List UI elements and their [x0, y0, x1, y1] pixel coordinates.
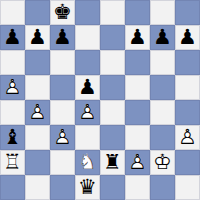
square-a6[interactable]: [0, 50, 25, 75]
square-a5[interactable]: ♟♙: [0, 75, 25, 100]
black-pawn: ♟: [75, 75, 100, 100]
square-c6[interactable]: [50, 50, 75, 75]
square-e5[interactable]: [100, 75, 125, 100]
square-d6[interactable]: [75, 50, 100, 75]
white-pawn: ♙: [50, 125, 75, 150]
white-knight-fill: ♞: [75, 150, 100, 175]
white-rook-fill: ♜: [0, 150, 25, 175]
white-pawn: ♙: [0, 75, 25, 100]
square-a8[interactable]: [0, 0, 25, 25]
square-b3[interactable]: [25, 125, 50, 150]
square-b6[interactable]: [25, 50, 50, 75]
square-c5[interactable]: [50, 75, 75, 100]
square-b1[interactable]: [25, 175, 50, 200]
square-f2[interactable]: ♟♙: [125, 150, 150, 175]
square-e2[interactable]: ♜: [100, 150, 125, 175]
square-g4[interactable]: [150, 100, 175, 125]
square-a2[interactable]: ♜♖: [0, 150, 25, 175]
square-e8[interactable]: [100, 0, 125, 25]
white-pawn-fill: ♟: [50, 125, 75, 150]
square-f1[interactable]: [125, 175, 150, 200]
square-f8[interactable]: [125, 0, 150, 25]
square-f6[interactable]: [125, 50, 150, 75]
square-d4[interactable]: ♟♙: [75, 100, 100, 125]
square-d2[interactable]: ♞♘: [75, 150, 100, 175]
square-b4[interactable]: ♟♙: [25, 100, 50, 125]
black-pawn: ♟: [150, 25, 175, 50]
square-d1[interactable]: ♛: [75, 175, 100, 200]
square-h8[interactable]: [175, 0, 200, 25]
square-g8[interactable]: [150, 0, 175, 25]
white-pawn-fill: ♟: [25, 100, 50, 125]
square-d3[interactable]: [75, 125, 100, 150]
white-pawn: ♙: [75, 100, 100, 125]
square-c7[interactable]: ♟: [50, 25, 75, 50]
square-b5[interactable]: [25, 75, 50, 100]
black-rook: ♜: [100, 150, 125, 175]
square-c8[interactable]: ♚: [50, 0, 75, 25]
black-pawn: ♟: [0, 25, 25, 50]
square-f3[interactable]: [125, 125, 150, 150]
square-c4[interactable]: [50, 100, 75, 125]
square-f7[interactable]: ♟: [125, 25, 150, 50]
square-c3[interactable]: ♟♙: [50, 125, 75, 150]
square-e7[interactable]: [100, 25, 125, 50]
black-pawn: ♟: [175, 25, 200, 50]
white-king-fill: ♚: [150, 150, 175, 175]
square-c1[interactable]: [50, 175, 75, 200]
square-c2[interactable]: [50, 150, 75, 175]
square-a4[interactable]: [0, 100, 25, 125]
white-pawn-fill: ♟: [125, 150, 150, 175]
square-a3[interactable]: ♝: [0, 125, 25, 150]
square-h4[interactable]: [175, 100, 200, 125]
white-pawn-fill: ♟: [0, 75, 25, 100]
square-g7[interactable]: ♟: [150, 25, 175, 50]
white-pawn-fill: ♟: [75, 100, 100, 125]
square-b7[interactable]: ♟: [25, 25, 50, 50]
black-pawn: ♟: [125, 25, 150, 50]
white-knight: ♘: [75, 150, 100, 175]
square-f4[interactable]: [125, 100, 150, 125]
square-a7[interactable]: ♟: [0, 25, 25, 50]
square-h1[interactable]: [175, 175, 200, 200]
square-d5[interactable]: ♟: [75, 75, 100, 100]
square-b8[interactable]: [25, 0, 50, 25]
white-king: ♔: [150, 150, 175, 175]
square-g6[interactable]: [150, 50, 175, 75]
white-pawn-fill: ♟: [175, 125, 200, 150]
chess-board: ♚♟♟♟♟♟♟♟♙♟♟♙♟♙♝♟♙♟♙♜♖♞♘♜♟♙♚♔♛: [0, 0, 200, 200]
white-pawn: ♙: [175, 125, 200, 150]
square-e6[interactable]: [100, 50, 125, 75]
white-pawn: ♙: [25, 100, 50, 125]
square-h3[interactable]: ♟♙: [175, 125, 200, 150]
square-d7[interactable]: [75, 25, 100, 50]
black-pawn: ♟: [25, 25, 50, 50]
square-h6[interactable]: [175, 50, 200, 75]
square-f5[interactable]: [125, 75, 150, 100]
square-b2[interactable]: [25, 150, 50, 175]
square-d8[interactable]: [75, 0, 100, 25]
square-h2[interactable]: [175, 150, 200, 175]
white-rook: ♖: [0, 150, 25, 175]
black-queen: ♛: [75, 175, 100, 200]
square-h5[interactable]: [175, 75, 200, 100]
square-g5[interactable]: [150, 75, 175, 100]
square-g1[interactable]: [150, 175, 175, 200]
square-e1[interactable]: [100, 175, 125, 200]
white-pawn: ♙: [125, 150, 150, 175]
square-h7[interactable]: ♟: [175, 25, 200, 50]
black-pawn: ♟: [50, 25, 75, 50]
square-g3[interactable]: [150, 125, 175, 150]
black-bishop: ♝: [0, 125, 25, 150]
square-g2[interactable]: ♚♔: [150, 150, 175, 175]
square-e3[interactable]: [100, 125, 125, 150]
square-e4[interactable]: [100, 100, 125, 125]
black-king: ♚: [50, 0, 75, 25]
square-a1[interactable]: [0, 175, 25, 200]
